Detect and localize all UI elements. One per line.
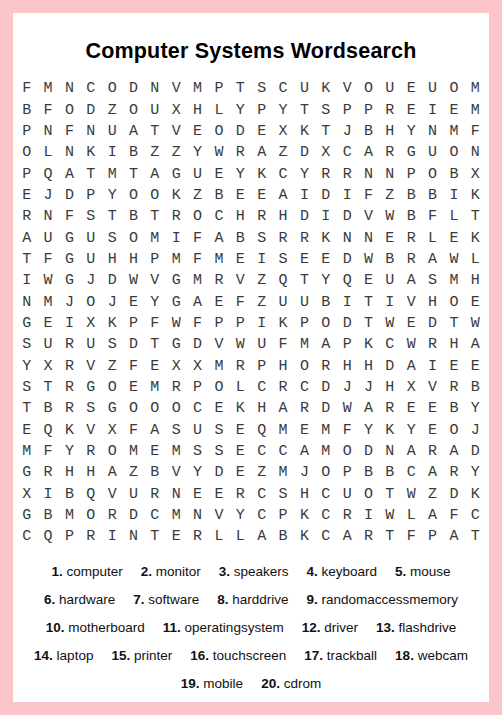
grid-cell: Y [230,505,251,526]
grid-cell: M [166,441,187,462]
grid-cell: X [16,484,37,505]
grid-cell: D [208,462,229,483]
grid-cell: U [422,142,443,163]
grid-cell: L [401,505,422,526]
word-item: 20. cdrom [261,676,321,691]
grid-cell: S [101,227,122,248]
word-list-line: 14. laptop15. printer16. touchscreen17. … [13,645,489,666]
grid-cell: K [315,78,336,99]
grid-cell: B [401,185,422,206]
grid-cell: D [187,334,208,355]
grid-cell: I [251,249,272,270]
grid-cell: G [166,163,187,184]
grid-cell: O [144,398,165,419]
grid-cell: B [123,142,144,163]
grid-cell: W [379,313,400,334]
grid-cell: O [101,377,122,398]
grid-cell: H [272,355,293,376]
grid-cell: Z [166,142,187,163]
word-item: 7. software [133,592,199,607]
word-number: 1. [51,564,62,579]
grid-cell: V [166,121,187,142]
grid-cell: S [272,249,293,270]
grid-cell: D [358,441,379,462]
grid-cell: Z [379,185,400,206]
grid-cell: Q [37,163,58,184]
grid-cell: L [443,206,464,227]
grid-cell: T [16,249,37,270]
grid-cell: I [16,270,37,291]
puzzle-page: Computer Systems Wordsearch FMNCODNVMPTS… [13,13,489,702]
grid-cell: U [37,334,58,355]
grid-cell: R [401,227,422,248]
grid-cell: H [336,355,357,376]
grid-cell: E [144,355,165,376]
grid-cell: A [315,334,336,355]
grid-cell: W [37,270,58,291]
word-text: mouse [406,564,450,579]
word-number: 19. [181,676,200,691]
grid-cell: R [401,249,422,270]
grid-cell: R [59,398,80,419]
grid-cell: P [336,99,357,120]
grid-cell: A [422,249,443,270]
grid-cell: T [443,313,464,334]
grid-cell: A [272,398,293,419]
grid-cell: O [443,420,464,441]
grid-cell: W [123,270,144,291]
grid-cell: E [208,291,229,312]
grid-cell: R [443,377,464,398]
grid-cell: W [379,206,400,227]
grid-cell: A [144,163,165,184]
grid-cell: H [101,249,122,270]
grid-cell: S [16,334,37,355]
grid-cell: I [101,142,122,163]
grid-cell: P [80,185,101,206]
word-text: monitor [152,564,201,579]
grid-cell: F [272,334,293,355]
grid-cell: E [230,185,251,206]
grid-cell: N [379,441,400,462]
grid-cell: K [230,398,251,419]
grid-cell: D [336,249,357,270]
grid-cell: M [166,249,187,270]
grid-cell: R [166,206,187,227]
grid-cell: C [251,441,272,462]
word-text: speakers [230,564,289,579]
grid-cell: B [358,121,379,142]
grid-cell: U [144,99,165,120]
grid-cell: N [123,526,144,547]
word-number: 6. [44,592,55,607]
grid-cell: I [443,185,464,206]
grid-cell: B [315,291,336,312]
grid-cell: P [208,78,229,99]
word-item: 9. randomaccessmemory [307,592,459,607]
grid-cell: H [251,398,272,419]
grid-cell: R [336,505,357,526]
word-text: touchscreen [209,648,286,663]
grid-cell: U [37,227,58,248]
grid-cell: U [294,78,315,99]
word-list-line: 1. computer2. monitor3. speakers4. keybo… [13,561,489,582]
grid-cell: R [59,334,80,355]
grid-cell: R [315,355,336,376]
grid-cell: P [251,355,272,376]
grid-cell: A [123,121,144,142]
grid-cell: O [144,185,165,206]
grid-cell: S [166,420,187,441]
grid-cell: F [123,355,144,376]
grid-cell: O [315,462,336,483]
grid-cell: V [80,420,101,441]
grid-cell: K [166,185,187,206]
grid-cell: O [80,291,101,312]
grid-cell: C [401,462,422,483]
grid-cell: O [443,291,464,312]
grid-cell: R [336,163,357,184]
word-item: 12. driver [302,620,358,635]
grid-cell: U [336,484,357,505]
grid-cell: A [465,334,486,355]
grid-cell: V [336,78,357,99]
grid-cell: Z [101,355,122,376]
grid-cell: I [422,355,443,376]
grid-cell: W [358,249,379,270]
grid-cell: T [230,78,251,99]
grid-cell: B [59,484,80,505]
grid-cell: M [208,355,229,376]
grid-cell: Z [251,291,272,312]
grid-cell: I [294,185,315,206]
grid-cell: Y [358,420,379,441]
grid-cell: D [123,78,144,99]
wordsearch-grid: FMNCODNVMPTSCUKVOUEUOMBFODZOUXHLYPYTSPPR… [16,78,486,548]
grid-cell: H [358,355,379,376]
grid-cell: R [379,398,400,419]
word-text: randomaccessmemory [318,592,458,607]
word-list-line: 10. motherboard11. operatingsystem12. dr… [13,617,489,638]
grid-cell: A [401,441,422,462]
grid-cell: G [101,398,122,419]
grid-cell: V [401,291,422,312]
grid-cell: W [208,142,229,163]
grid-cell: D [230,121,251,142]
grid-cell: U [80,334,101,355]
word-number: 14. [34,648,53,663]
grid-cell: R [272,377,293,398]
grid-cell: N [422,121,443,142]
grid-cell: F [123,420,144,441]
grid-cell: P [401,163,422,184]
grid-cell: U [80,227,101,248]
grid-cell: R [422,334,443,355]
word-item: 17. trackball [304,648,377,663]
grid-cell: Q [251,420,272,441]
grid-cell: Y [230,163,251,184]
grid-cell: W [166,313,187,334]
grid-cell: A [208,227,229,248]
grid-cell: A [101,462,122,483]
grid-cell: O [59,99,80,120]
grid-cell: E [465,291,486,312]
grid-cell: B [379,462,400,483]
grid-cell: M [187,78,208,99]
grid-cell: T [144,121,165,142]
grid-cell: F [187,227,208,248]
grid-cell: E [358,270,379,291]
grid-cell: U [294,291,315,312]
grid-cell: O [336,441,357,462]
word-text: operatingsystem [181,620,284,635]
grid-cell: K [294,526,315,547]
grid-cell: X [37,355,58,376]
grid-cell: C [208,206,229,227]
grid-cell: B [123,206,144,227]
grid-cell: L [422,227,443,248]
grid-cell: B [37,398,58,419]
grid-cell: R [358,526,379,547]
grid-cell: I [422,99,443,120]
grid-cell: A [16,227,37,248]
grid-cell: K [379,420,400,441]
grid-cell: M [443,270,464,291]
grid-cell: W [230,334,251,355]
grid-cell: R [294,227,315,248]
grid-cell: O [101,78,122,99]
grid-cell: O [80,505,101,526]
word-number: 4. [307,564,318,579]
grid-cell: I [379,291,400,312]
grid-cell: R [166,377,187,398]
grid-cell: C [336,142,357,163]
grid-cell: M [465,78,486,99]
grid-cell: A [59,163,80,184]
grid-cell: W [465,313,486,334]
word-number: 16. [190,648,209,663]
word-item: 3. speakers [219,564,289,579]
grid-cell: L [230,377,251,398]
word-number: 10. [46,620,65,635]
grid-cell: N [336,227,357,248]
grid-cell: B [401,206,422,227]
grid-cell: I [358,505,379,526]
grid-cell: O [358,484,379,505]
grid-cell: T [144,206,165,227]
grid-cell: Y [230,99,251,120]
grid-cell: E [443,227,464,248]
grid-cell: Y [59,441,80,462]
grid-cell: I [336,185,357,206]
grid-cell: R [208,270,229,291]
grid-cell: C [251,505,272,526]
word-item: 15. printer [111,648,172,663]
grid-cell: R [37,462,58,483]
grid-cell: X [401,377,422,398]
word-item: 2. monitor [141,564,201,579]
word-number: 17. [304,648,323,663]
grid-cell: R [251,206,272,227]
grid-cell: T [379,526,400,547]
grid-cell: C [315,505,336,526]
grid-cell: F [59,121,80,142]
page-title: Computer Systems Wordsearch [13,13,489,64]
grid-cell: K [358,334,379,355]
grid-cell: M [37,291,58,312]
grid-cell: E [230,441,251,462]
grid-cell: K [315,227,336,248]
grid-cell: W [443,249,464,270]
word-item: 5. mouse [395,564,451,579]
grid-cell: J [59,291,80,312]
grid-cell: K [465,484,486,505]
grid-cell: V [208,505,229,526]
grid-cell: I [59,313,80,334]
grid-cell: N [379,163,400,184]
grid-cell: R [379,142,400,163]
grid-cell: H [80,462,101,483]
word-number: 11. [163,620,181,635]
word-item: 8. harddrive [217,592,288,607]
grid-cell: P [336,334,357,355]
grid-cell: H [59,462,80,483]
word-text: hardware [55,592,115,607]
grid-cell: Y [465,398,486,419]
grid-cell: U [187,420,208,441]
grid-cell: Y [401,121,422,142]
grid-cell: X [315,142,336,163]
grid-cell: E [123,377,144,398]
grid-cell: T [294,270,315,291]
grid-cell: V [230,270,251,291]
grid-cell: Q [80,484,101,505]
grid-cell: R [230,355,251,376]
grid-cell: W [379,505,400,526]
grid-cell: E [294,420,315,441]
grid-cell: Z [101,99,122,120]
grid-cell: E [208,484,229,505]
grid-cell: B [208,185,229,206]
grid-cell: V [166,462,187,483]
grid-cell: D [294,142,315,163]
grid-cell: U [272,291,293,312]
grid-cell: C [251,377,272,398]
word-text: software [144,592,199,607]
grid-cell: Y [101,185,122,206]
grid-cell: R [230,484,251,505]
grid-cell: F [16,78,37,99]
grid-cell: D [443,484,464,505]
grid-cell: J [37,185,58,206]
grid-cell: T [294,99,315,120]
grid-cell: F [59,206,80,227]
grid-cell: K [59,420,80,441]
grid-cell: E [37,313,58,334]
grid-cell: E [315,249,336,270]
grid-cell: R [101,505,122,526]
grid-cell: V [422,377,443,398]
grid-cell: N [358,227,379,248]
grid-cell: J [358,377,379,398]
grid-cell: A [144,420,165,441]
grid-cell: B [443,163,464,184]
grid-cell: E [187,121,208,142]
grid-cell: E [166,526,187,547]
grid-cell: V [144,270,165,291]
grid-cell: Y [401,420,422,441]
word-item: 11. operatingsystem [163,620,284,635]
grid-cell: F [144,313,165,334]
grid-cell: M [144,227,165,248]
grid-cell: T [358,291,379,312]
word-text: driver [320,620,358,635]
grid-cell: H [294,484,315,505]
grid-cell: T [315,121,336,142]
grid-cell: T [123,163,144,184]
grid-cell: G [59,249,80,270]
grid-cell: N [166,484,187,505]
grid-cell: Z [187,185,208,206]
grid-cell: F [37,99,58,120]
grid-cell: D [59,185,80,206]
grid-cell: N [16,291,37,312]
grid-cell: G [80,377,101,398]
grid-cell: E [379,227,400,248]
grid-cell: E [422,420,443,441]
word-number: 13. [376,620,395,635]
grid-cell: I [315,206,336,227]
grid-cell: D [379,355,400,376]
grid-cell: Z [144,142,165,163]
grid-cell: F [187,313,208,334]
grid-cell: D [80,99,101,120]
grid-cell: F [443,505,464,526]
grid-cell: T [358,313,379,334]
word-text: flashdrive [395,620,457,635]
grid-cell: H [187,99,208,120]
grid-cell: O [422,163,443,184]
grid-cell: E [294,249,315,270]
grid-cell: D [336,313,357,334]
grid-cell: A [251,526,272,547]
word-number: 12. [302,620,321,635]
grid-cell: C [187,398,208,419]
grid-cell: S [315,99,336,120]
grid-cell: R [443,462,464,483]
grid-cell: A [187,291,208,312]
grid-cell: C [272,78,293,99]
grid-cell: U [187,163,208,184]
word-item: 4. keyboard [307,564,378,579]
grid-cell: E [208,163,229,184]
grid-cell: R [144,484,165,505]
grid-cell: P [251,99,272,120]
grid-cell: K [251,163,272,184]
word-number: 3. [219,564,230,579]
word-text: printer [130,648,172,663]
grid-cell: U [251,334,272,355]
grid-cell: L [37,142,58,163]
grid-cell: X [187,355,208,376]
word-item: 14. laptop [34,648,93,663]
grid-cell: S [187,441,208,462]
grid-cell: S [251,78,272,99]
grid-cell: D [123,334,144,355]
grid-cell: D [422,313,443,334]
grid-cell: Z [251,462,272,483]
grid-cell: T [16,398,37,419]
